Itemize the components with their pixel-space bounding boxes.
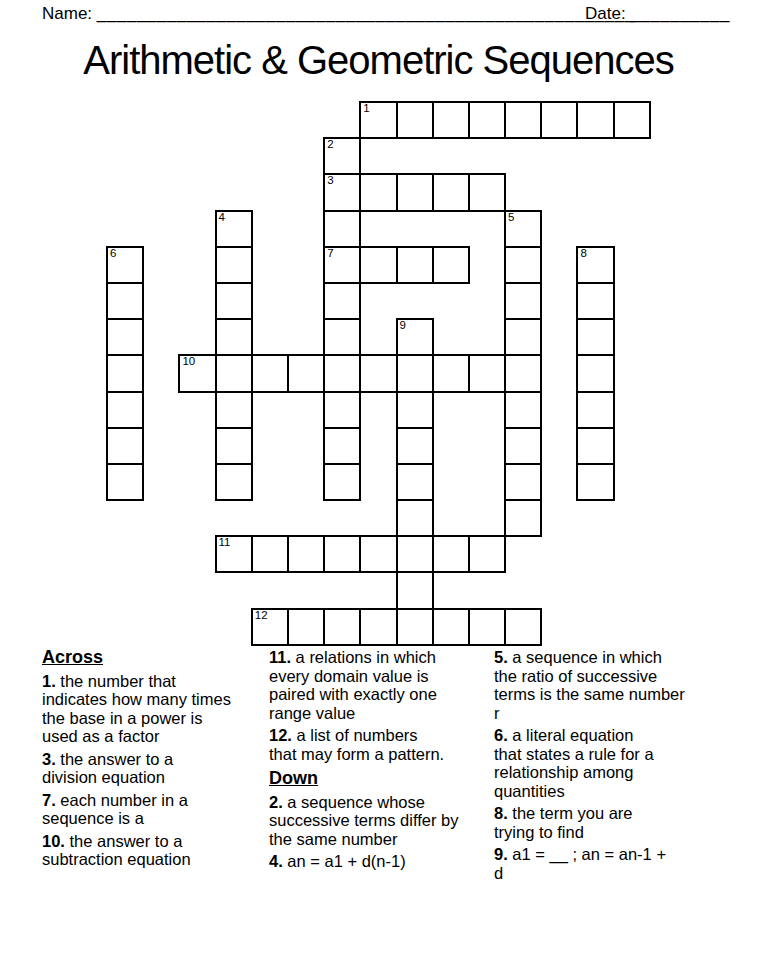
- grid-cell[interactable]: [107, 319, 143, 355]
- grid-cell[interactable]: [107, 355, 143, 391]
- clue-text: the answer to a division equation: [42, 750, 173, 787]
- grid-cell[interactable]: [577, 392, 613, 428]
- grid-cell[interactable]: 12: [252, 609, 288, 645]
- clue-number-label: 2.: [269, 793, 283, 811]
- clue-7: 7. each number in a sequence is a: [42, 791, 270, 828]
- grid-cell[interactable]: [216, 428, 252, 464]
- date-blank-line: __________: [630, 4, 730, 23]
- clue-4: 4. an = a1 + d(n-1): [269, 852, 493, 871]
- clue-number-label: 1.: [42, 672, 56, 690]
- name-blank-line: ________________________________________…: [97, 4, 635, 23]
- clue-number-label: 3.: [42, 750, 56, 768]
- grid-cell[interactable]: [216, 247, 252, 283]
- grid-cell[interactable]: [324, 428, 360, 464]
- clue-12: 12. a list of numbers that may form a pa…: [269, 726, 493, 763]
- clues-column-3: 5. a sequence in which the ratio of succ…: [494, 648, 718, 886]
- clue-text: each number in a sequence is a: [42, 791, 188, 828]
- clue-number-label: 9.: [494, 845, 508, 863]
- clue-number-7: 7: [327, 247, 333, 260]
- grid-cell[interactable]: [288, 609, 324, 645]
- grid-cell[interactable]: [360, 174, 396, 210]
- clue-text: a1 = __ ; an = an-1 + d: [494, 845, 666, 882]
- grid-cell[interactable]: [505, 500, 541, 536]
- across-header: Across: [42, 648, 270, 667]
- grid-cell[interactable]: [288, 536, 324, 572]
- grid-cell[interactable]: 10: [179, 355, 215, 391]
- clue-text: an = a1 + d(n-1): [283, 852, 406, 870]
- grid-cell[interactable]: [324, 609, 360, 645]
- worksheet-page: Name: __________________________________…: [0, 0, 757, 980]
- grid-cell[interactable]: [397, 572, 433, 608]
- clue-text: a literal equation that states a rule fo…: [494, 726, 654, 800]
- clue-number-3: 3: [327, 174, 333, 187]
- grid-cell[interactable]: [107, 283, 143, 319]
- clue-number-5: 5: [508, 211, 514, 224]
- clue-number-4: 4: [219, 211, 225, 224]
- grid-cell[interactable]: [469, 609, 505, 645]
- grid-cell[interactable]: [216, 355, 252, 391]
- grid-cell[interactable]: [577, 464, 613, 500]
- grid-cell[interactable]: [397, 102, 433, 138]
- header-row: Name: __________________________________…: [42, 4, 715, 24]
- clue-number-label: 7.: [42, 791, 56, 809]
- clues-col2-across: 11. a relations in which every domain va…: [269, 648, 493, 763]
- clue-number-9: 9: [400, 319, 406, 332]
- clue-number-label: 11.: [269, 648, 291, 666]
- grid-cell[interactable]: 2: [324, 138, 360, 174]
- grid-cell[interactable]: [469, 102, 505, 138]
- clue-number-10: 10: [182, 355, 195, 368]
- grid-cell[interactable]: [577, 319, 613, 355]
- grid-cell[interactable]: [252, 536, 288, 572]
- clue-5: 5. a sequence in which the ratio of succ…: [494, 648, 718, 722]
- grid-cell[interactable]: [433, 102, 469, 138]
- grid-cell[interactable]: [397, 247, 433, 283]
- clues-col1-across: 1. the number that indicates how many ti…: [42, 672, 270, 869]
- grid-cell[interactable]: [216, 464, 252, 500]
- clue-9: 9. a1 = __ ; an = an-1 + d: [494, 845, 718, 882]
- grid-cell[interactable]: [397, 392, 433, 428]
- grid-cell[interactable]: [577, 355, 613, 391]
- grid-cell[interactable]: [360, 355, 396, 391]
- grid-cell[interactable]: [433, 536, 469, 572]
- clue-number-2: 2: [327, 138, 333, 151]
- grid-cell[interactable]: [505, 319, 541, 355]
- grid-cell[interactable]: 7: [324, 247, 360, 283]
- grid-cell[interactable]: [505, 283, 541, 319]
- grid-cell[interactable]: [505, 102, 541, 138]
- grid-cell[interactable]: 11: [216, 536, 252, 572]
- grid-cell[interactable]: [324, 319, 360, 355]
- grid-cell[interactable]: [107, 464, 143, 500]
- grid-cell[interactable]: [360, 609, 396, 645]
- clue-6: 6. a literal equation that states a rule…: [494, 726, 718, 800]
- clue-number-12: 12: [255, 609, 268, 622]
- clue-8: 8. the term you are trying to find: [494, 804, 718, 841]
- clue-number-label: 5.: [494, 648, 508, 666]
- grid-cell[interactable]: 8: [577, 247, 613, 283]
- grid-cell[interactable]: [505, 464, 541, 500]
- clue-text: a sequence in which the ratio of success…: [494, 648, 685, 722]
- grid-cell[interactable]: [107, 428, 143, 464]
- grid-cell[interactable]: 9: [397, 319, 433, 355]
- clue-number-6: 6: [110, 247, 116, 260]
- grid-cell[interactable]: [469, 174, 505, 210]
- clues-column-1: Across 1. the number that indicates how …: [42, 648, 270, 873]
- grid-cell[interactable]: [324, 211, 360, 247]
- grid-cell[interactable]: [360, 247, 396, 283]
- grid-cell[interactable]: [397, 464, 433, 500]
- grid-cell[interactable]: 4: [216, 211, 252, 247]
- clues-col3-down: 5. a sequence in which the ratio of succ…: [494, 648, 718, 882]
- clues-col2-down: 2. a sequence whose successive terms dif…: [269, 793, 493, 871]
- clue-11: 11. a relations in which every domain va…: [269, 648, 493, 722]
- grid-cell[interactable]: 3: [324, 174, 360, 210]
- grid-cell[interactable]: [397, 609, 433, 645]
- clue-number-label: 8.: [494, 804, 508, 822]
- date-group: Date: __________: [585, 4, 730, 24]
- crossword-grid: 123456789101112: [107, 102, 650, 645]
- grid-cell[interactable]: [252, 355, 288, 391]
- grid-cell[interactable]: [505, 392, 541, 428]
- clues-column-2: 11. a relations in which every domain va…: [269, 648, 493, 875]
- clue-number-label: 12.: [269, 726, 292, 744]
- grid-cell[interactable]: 5: [505, 211, 541, 247]
- grid-cell[interactable]: [397, 536, 433, 572]
- grid-cell[interactable]: [324, 283, 360, 319]
- clue-text: a sequence whose successive terms differ…: [269, 793, 459, 848]
- down-header: Down: [269, 769, 493, 788]
- grid-cell[interactable]: [107, 392, 143, 428]
- grid-cell[interactable]: [505, 247, 541, 283]
- grid-cell[interactable]: [360, 536, 396, 572]
- clue-text: a relations in which every domain value …: [269, 648, 437, 722]
- clue-10: 10. the answer to a subtraction equation: [42, 832, 270, 869]
- grid-cell[interactable]: [577, 283, 613, 319]
- clue-text: the answer to a subtraction equation: [42, 832, 191, 869]
- clue-number-label: 10.: [42, 832, 65, 850]
- grid-cell[interactable]: [505, 609, 541, 645]
- clue-number-11: 11: [219, 536, 231, 549]
- grid-cell[interactable]: [216, 319, 252, 355]
- date-label: Date:: [585, 4, 626, 23]
- clue-number-label: 6.: [494, 726, 508, 744]
- grid-cell[interactable]: [397, 174, 433, 210]
- grid-cell[interactable]: [614, 102, 650, 138]
- grid-cell[interactable]: [505, 428, 541, 464]
- grid-cell[interactable]: [505, 355, 541, 391]
- grid-cell[interactable]: [469, 536, 505, 572]
- grid-cell[interactable]: [324, 464, 360, 500]
- clue-text: a list of numbers that may form a patter…: [269, 726, 444, 763]
- grid-cell[interactable]: [541, 102, 577, 138]
- clue-1: 1. the number that indicates how many ti…: [42, 672, 270, 746]
- grid-cell[interactable]: [324, 536, 360, 572]
- grid-cell[interactable]: [324, 355, 360, 391]
- grid-cell[interactable]: [433, 355, 469, 391]
- grid-cell[interactable]: [433, 174, 469, 210]
- grid-cell[interactable]: [469, 355, 505, 391]
- grid-cell[interactable]: [397, 355, 433, 391]
- grid-cell[interactable]: [433, 247, 469, 283]
- grid-cell[interactable]: [288, 355, 324, 391]
- clue-number-1: 1: [363, 102, 369, 115]
- grid-cell[interactable]: [324, 392, 360, 428]
- grid-cell[interactable]: 1: [360, 102, 396, 138]
- grid-cell[interactable]: [577, 102, 613, 138]
- grid-cell[interactable]: [577, 428, 613, 464]
- grid-cell[interactable]: [216, 283, 252, 319]
- page-title: Arithmetic & Geometric Sequences: [0, 38, 757, 83]
- clue-text: the number that indicates how many times…: [42, 672, 231, 746]
- grid-cell[interactable]: [397, 428, 433, 464]
- clue-number-8: 8: [580, 247, 586, 260]
- grid-cell[interactable]: 6: [107, 247, 143, 283]
- grid-cell[interactable]: [216, 392, 252, 428]
- clue-2: 2. a sequence whose successive terms dif…: [269, 793, 493, 849]
- clue-3: 3. the answer to a division equation: [42, 750, 270, 787]
- clue-text: the term you are trying to find: [494, 804, 633, 841]
- grid-cell[interactable]: [397, 500, 433, 536]
- name-label: Name:: [42, 4, 92, 23]
- clue-number-label: 4.: [269, 852, 283, 870]
- grid-cell[interactable]: [433, 609, 469, 645]
